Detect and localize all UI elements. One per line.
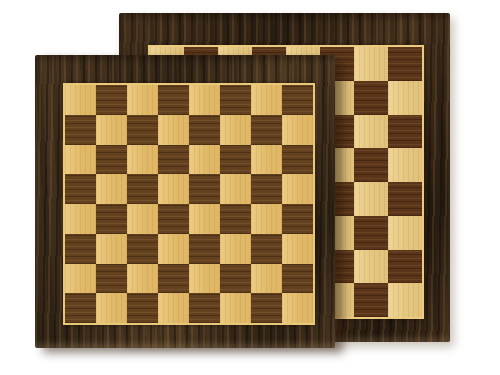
- board-square: [158, 85, 189, 115]
- board-square: [220, 264, 251, 294]
- board-square: [388, 283, 422, 317]
- board-square: [189, 264, 220, 294]
- board-square: [158, 264, 189, 294]
- board-square: [189, 145, 220, 175]
- board-square: [127, 85, 158, 115]
- board-square: [282, 174, 313, 204]
- board-square: [220, 115, 251, 145]
- board-square: [282, 115, 313, 145]
- board-square: [282, 145, 313, 175]
- board-square: [65, 145, 96, 175]
- board-square: [354, 81, 388, 115]
- board-square: [127, 264, 158, 294]
- board-square: [189, 115, 220, 145]
- board-square: [354, 182, 388, 216]
- board-square: [220, 234, 251, 264]
- board-square: [158, 115, 189, 145]
- board-square: [251, 115, 282, 145]
- board-square: [220, 85, 251, 115]
- product-photo-scene: [0, 0, 500, 375]
- board-square: [282, 293, 313, 323]
- board-square: [65, 85, 96, 115]
- board-square: [189, 204, 220, 234]
- board-square: [282, 234, 313, 264]
- board-square: [127, 115, 158, 145]
- board-square: [251, 85, 282, 115]
- board-square: [220, 145, 251, 175]
- board-square: [65, 264, 96, 294]
- board-square: [65, 204, 96, 234]
- board-square: [251, 264, 282, 294]
- board-square: [251, 174, 282, 204]
- board-square: [158, 174, 189, 204]
- board-square: [96, 204, 127, 234]
- board-square: [354, 115, 388, 149]
- board-square: [189, 174, 220, 204]
- board-square: [251, 293, 282, 323]
- board-square: [388, 81, 422, 115]
- board-square: [220, 204, 251, 234]
- board-square: [220, 174, 251, 204]
- board-square: [96, 115, 127, 145]
- board-square: [158, 145, 189, 175]
- board-square: [158, 293, 189, 323]
- board-square: [96, 145, 127, 175]
- board-square: [251, 145, 282, 175]
- board-square: [354, 47, 388, 81]
- board-square: [354, 250, 388, 284]
- board-square: [127, 293, 158, 323]
- board-square: [189, 293, 220, 323]
- board-square: [158, 204, 189, 234]
- board-square: [65, 115, 96, 145]
- board-square: [251, 234, 282, 264]
- board-square: [388, 216, 422, 250]
- board-square: [354, 216, 388, 250]
- board-square: [189, 234, 220, 264]
- board-square: [127, 145, 158, 175]
- board-square: [354, 148, 388, 182]
- board-square: [127, 234, 158, 264]
- board-square: [127, 174, 158, 204]
- board-square: [96, 293, 127, 323]
- board-square: [282, 85, 313, 115]
- board-square: [96, 174, 127, 204]
- board-surface-front: [63, 83, 315, 325]
- board-square: [388, 115, 422, 149]
- board-square: [96, 85, 127, 115]
- board-square: [388, 182, 422, 216]
- board-square: [65, 293, 96, 323]
- board-square: [388, 47, 422, 81]
- board-square: [65, 174, 96, 204]
- board-square: [354, 283, 388, 317]
- board-square: [282, 264, 313, 294]
- board-square: [282, 204, 313, 234]
- board-square: [388, 148, 422, 182]
- board-square: [388, 250, 422, 284]
- board-square: [96, 234, 127, 264]
- board-square: [189, 85, 220, 115]
- board-square: [220, 293, 251, 323]
- board-square: [158, 234, 189, 264]
- chessboard-front: [35, 55, 335, 348]
- board-square: [251, 204, 282, 234]
- board-square: [65, 234, 96, 264]
- board-square: [127, 204, 158, 234]
- board-square: [96, 264, 127, 294]
